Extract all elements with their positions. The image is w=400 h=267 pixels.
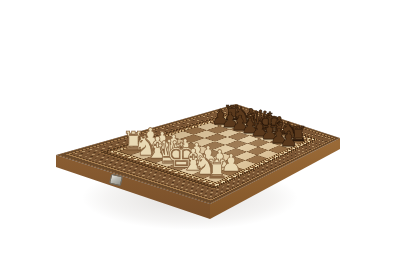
piece-black-pawn[interactable]: ♟ (280, 129, 298, 150)
piece-white-rook[interactable]: ♜ (206, 157, 229, 182)
metal-clasp (108, 173, 122, 186)
product-photo-scene: ♜♞♝♛♚♝♞♜♟♟♟♟♟♟♟♟♟♟♟♟♟♟♟♟♜♞♝♛♚♝♞♜ (0, 0, 400, 267)
